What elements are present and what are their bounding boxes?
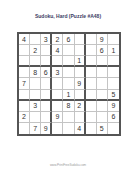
cell-r3c8: [97, 56, 108, 67]
page-title: Sudoku, Hard (Puzzle #A48): [0, 13, 136, 19]
cell-r6c3: [41, 90, 52, 101]
cell-r9c8: 5: [97, 123, 108, 134]
cell-r8c7: [86, 112, 97, 123]
cell-r8c4: 9: [52, 112, 63, 123]
cell-r8c8: [97, 112, 108, 123]
cell-r3c7: [86, 56, 97, 67]
cell-r4c8: [97, 67, 108, 78]
cell-r1c6: [75, 34, 86, 45]
cell-r2c1: [19, 45, 30, 56]
cell-r3c1: [19, 56, 30, 67]
cell-r9c7: [86, 123, 97, 134]
cell-r4c9: [108, 67, 119, 78]
cell-r3c5: [63, 56, 74, 67]
cell-r4c2: 8: [30, 67, 41, 78]
cell-r7c8: [97, 101, 108, 112]
cell-r5c7: [86, 78, 97, 89]
cell-r1c3: 3: [41, 34, 52, 45]
cell-r1c7: [86, 34, 97, 45]
cell-r1c5: 6: [63, 34, 74, 45]
cell-r6c9: 5: [108, 90, 119, 101]
cell-r2c7: [86, 45, 97, 56]
cell-r9c2: 7: [30, 123, 41, 134]
cell-r6c7: [86, 90, 97, 101]
cell-r7c9: 9: [108, 101, 119, 112]
cell-r8c3: [41, 112, 52, 123]
cell-r1c9: [108, 34, 119, 45]
cell-r7c4: [52, 101, 63, 112]
cell-r5c8: [97, 78, 108, 89]
cell-r7c1: [19, 101, 30, 112]
cell-r3c2: [30, 56, 41, 67]
cell-r4c7: [86, 67, 97, 78]
cell-r5c5: [63, 78, 74, 89]
cell-r2c3: [41, 45, 52, 56]
cell-r2c6: [75, 45, 86, 56]
cell-r9c6: 4: [75, 123, 86, 134]
cell-r5c9: [108, 78, 119, 89]
cell-r8c9: 6: [108, 112, 119, 123]
cell-r4c4: 3: [52, 67, 63, 78]
cell-r5c3: [41, 78, 52, 89]
cell-r2c2: 2: [30, 45, 41, 56]
cell-r9c9: [108, 123, 119, 134]
cell-r4c3: 6: [41, 67, 52, 78]
cell-r3c3: [41, 56, 52, 67]
cell-r3c4: [52, 56, 63, 67]
cell-r1c2: [30, 34, 41, 45]
cell-r7c2: 3: [30, 101, 41, 112]
cell-r1c4: 2: [52, 34, 63, 45]
cell-r5c4: [52, 78, 63, 89]
cell-r9c5: [63, 123, 74, 134]
cell-r6c6: [75, 90, 86, 101]
cell-r5c2: [30, 78, 41, 89]
cell-r6c2: [30, 90, 41, 101]
cell-r7c7: [86, 101, 97, 112]
cell-r4c5: [63, 67, 74, 78]
cell-r6c5: 1: [63, 90, 74, 101]
footer-url: www.PrintFreeSudoku.com: [0, 163, 136, 167]
cell-r6c8: [97, 90, 108, 101]
cell-r5c6: 9: [75, 78, 86, 89]
cell-r8c5: [63, 112, 74, 123]
cell-r1c1: 4: [19, 34, 30, 45]
cell-r9c3: 9: [41, 123, 52, 134]
cell-r6c4: [52, 90, 63, 101]
cell-r4c6: [75, 67, 86, 78]
cell-r7c6: 2: [75, 101, 86, 112]
cell-r5c1: 7: [19, 78, 30, 89]
cell-r8c1: 2: [19, 112, 30, 123]
sudoku-board: 4326924611863791538292967945: [17, 32, 121, 136]
cell-r6c1: [19, 90, 30, 101]
cell-r1c8: 9: [97, 34, 108, 45]
cell-r9c4: [52, 123, 63, 134]
cell-r8c6: [75, 112, 86, 123]
sudoku-page: Sudoku, Hard (Puzzle #A48) 4326924611863…: [0, 0, 136, 176]
cell-r3c6: 1: [75, 56, 86, 67]
cell-r7c5: 8: [63, 101, 74, 112]
cell-r2c5: [63, 45, 74, 56]
cell-r2c8: 6: [97, 45, 108, 56]
cell-r8c2: [30, 112, 41, 123]
cell-r9c1: [19, 123, 30, 134]
cell-r4c1: [19, 67, 30, 78]
cell-r3c9: [108, 56, 119, 67]
cell-r2c9: 1: [108, 45, 119, 56]
cell-r2c4: 4: [52, 45, 63, 56]
cell-r7c3: [41, 101, 52, 112]
